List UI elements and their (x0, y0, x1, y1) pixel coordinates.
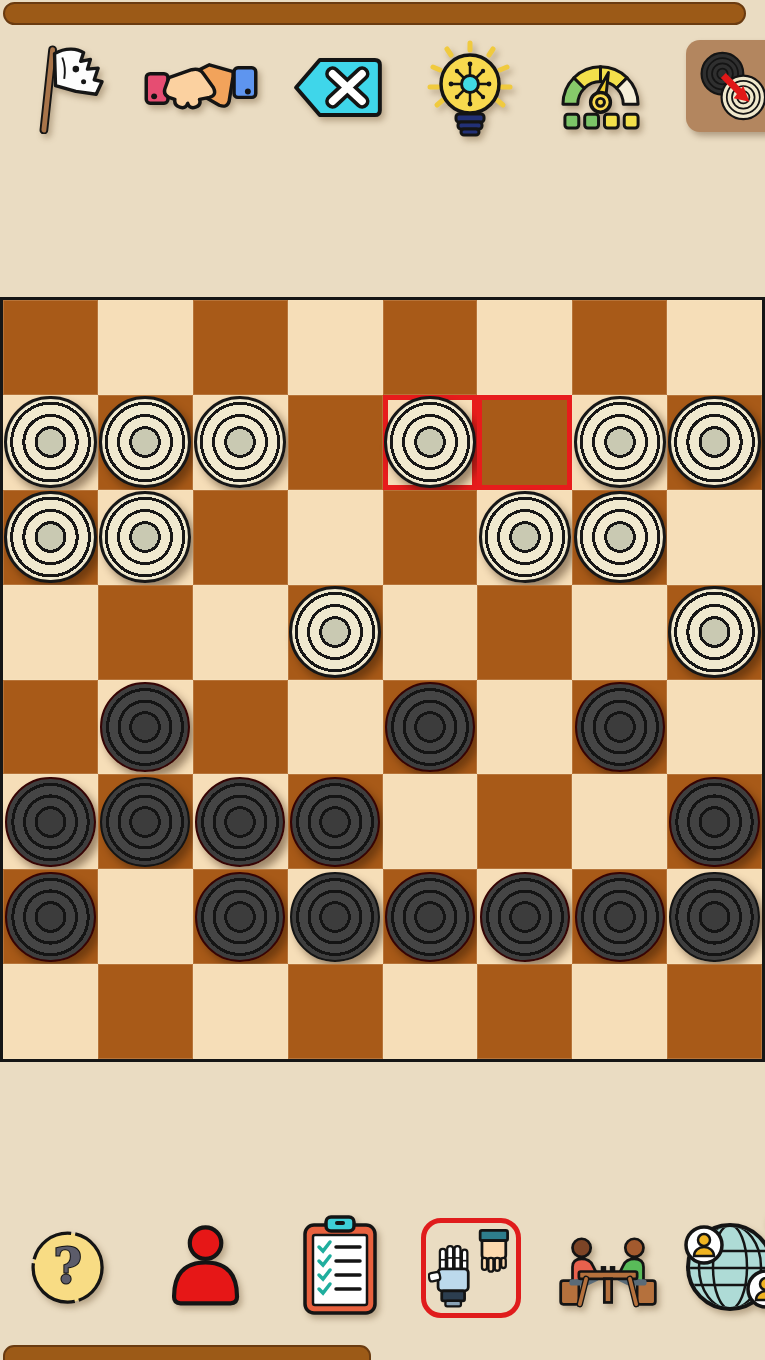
question-mark-icon: ? (29, 1229, 107, 1307)
square-f1[interactable] (477, 964, 572, 1059)
square-c4[interactable] (193, 680, 288, 775)
square-f5[interactable] (477, 585, 572, 680)
white-piece[interactable] (668, 586, 760, 678)
black-piece-red-ring[interactable] (669, 777, 759, 867)
square-c7[interactable] (193, 395, 288, 490)
square-a5[interactable] (3, 585, 98, 680)
square-e5[interactable] (383, 585, 478, 680)
back-arrow-x-icon (289, 54, 385, 121)
robot-vs-human-hands-icon (428, 1225, 514, 1311)
square-e6[interactable] (383, 490, 478, 585)
move-list-button[interactable] (298, 1213, 382, 1317)
square-d8[interactable] (288, 300, 383, 395)
bottom-bar (3, 1345, 371, 1360)
black-piece-red-ring[interactable] (575, 872, 665, 962)
square-f7[interactable] (477, 395, 572, 490)
square-f2[interactable] (477, 869, 572, 964)
square-d3[interactable] (288, 774, 383, 869)
person-icon (162, 1219, 250, 1307)
square-f8[interactable] (477, 300, 572, 395)
white-piece[interactable] (479, 491, 571, 583)
square-a8[interactable] (3, 300, 98, 395)
online-multiplayer-button[interactable] (676, 1205, 765, 1325)
black-piece-red-ring[interactable] (100, 682, 190, 772)
square-c1[interactable] (193, 964, 288, 1059)
white-piece[interactable] (668, 396, 760, 488)
square-g6[interactable] (572, 490, 667, 585)
white-piece[interactable] (99, 396, 191, 488)
black-piece-gray-ring[interactable] (669, 872, 759, 962)
square-d4[interactable] (288, 680, 383, 775)
square-a2[interactable] (3, 869, 98, 964)
black-piece-red-ring[interactable] (5, 872, 95, 962)
square-b7[interactable] (98, 395, 193, 490)
white-piece[interactable] (574, 396, 666, 488)
square-g4[interactable] (572, 680, 667, 775)
square-c8[interactable] (193, 300, 288, 395)
square-c5[interactable] (193, 585, 288, 680)
square-c3[interactable] (193, 774, 288, 869)
help-button[interactable]: ? (28, 1228, 108, 1308)
square-e1[interactable] (383, 964, 478, 1059)
square-g8[interactable] (572, 300, 667, 395)
white-piece[interactable] (99, 491, 191, 583)
square-a4[interactable] (3, 680, 98, 775)
black-piece-red-ring[interactable] (290, 777, 380, 867)
black-piece-red-ring[interactable] (575, 682, 665, 772)
checkers-capture-icon (692, 42, 765, 130)
white-piece[interactable] (574, 491, 666, 583)
square-b2[interactable] (98, 869, 193, 964)
lightbulb-ai-icon (426, 40, 514, 140)
white-piece[interactable] (194, 396, 286, 488)
square-h1[interactable] (667, 964, 762, 1059)
undo-button[interactable] (288, 53, 386, 121)
square-d6[interactable] (288, 490, 383, 585)
board (0, 297, 765, 1062)
square-c2[interactable] (193, 869, 288, 964)
resign-button[interactable] (25, 42, 117, 134)
black-piece-red-ring[interactable] (480, 872, 570, 962)
square-f3[interactable] (477, 774, 572, 869)
gauge-icon (549, 43, 653, 130)
black-piece-red-ring[interactable] (385, 872, 475, 962)
square-d7[interactable] (288, 395, 383, 490)
square-g3[interactable] (572, 774, 667, 869)
two-players-table-icon (553, 1226, 663, 1317)
black-piece-red-ring[interactable] (385, 682, 475, 772)
square-g7[interactable] (572, 395, 667, 490)
square-d5[interactable] (288, 585, 383, 680)
offer-draw-button[interactable] (143, 52, 259, 122)
white-flag-icon (27, 42, 115, 134)
square-f4[interactable] (477, 680, 572, 775)
square-e7[interactable] (383, 395, 478, 490)
square-b5[interactable] (98, 585, 193, 680)
square-f6[interactable] (477, 490, 572, 585)
square-h8[interactable] (667, 300, 762, 395)
vs-computer-button[interactable] (421, 1218, 521, 1318)
piece-style-button[interactable] (686, 40, 765, 132)
square-b1[interactable] (98, 964, 193, 1059)
globe-users-icon (676, 1205, 765, 1325)
square-d1[interactable] (288, 964, 383, 1059)
square-c6[interactable] (193, 490, 288, 585)
square-h5[interactable] (667, 585, 762, 680)
white-piece[interactable] (4, 396, 96, 488)
difficulty-button[interactable] (548, 48, 654, 124)
square-g1[interactable] (572, 964, 667, 1059)
square-g2[interactable] (572, 869, 667, 964)
black-piece-red-ring[interactable] (195, 872, 285, 962)
square-a7[interactable] (3, 395, 98, 490)
black-piece-red-ring[interactable] (5, 777, 95, 867)
white-piece[interactable] (4, 491, 96, 583)
white-piece[interactable] (384, 396, 476, 488)
black-piece-gray-ring[interactable] (100, 777, 190, 867)
square-d2[interactable] (288, 869, 383, 964)
square-a1[interactable] (3, 964, 98, 1059)
handshake-icon (144, 50, 258, 124)
square-b6[interactable] (98, 490, 193, 585)
square-e8[interactable] (383, 300, 478, 395)
square-g5[interactable] (572, 585, 667, 680)
square-b4[interactable] (98, 680, 193, 775)
square-h6[interactable] (667, 490, 762, 585)
black-piece-red-ring[interactable] (195, 777, 285, 867)
white-piece[interactable] (289, 586, 381, 678)
square-e3[interactable] (383, 774, 478, 869)
checklist-clipboard-icon (299, 1213, 381, 1317)
square-h3[interactable] (667, 774, 762, 869)
square-a6[interactable] (3, 490, 98, 585)
square-b8[interactable] (98, 300, 193, 395)
square-b3[interactable] (98, 774, 193, 869)
profile-button[interactable] (162, 1213, 250, 1313)
square-h4[interactable] (667, 680, 762, 775)
hint-button[interactable] (425, 40, 515, 140)
svg-text:?: ? (53, 1237, 82, 1295)
square-a3[interactable] (3, 774, 98, 869)
square-h7[interactable] (667, 395, 762, 490)
square-h2[interactable] (667, 869, 762, 964)
local-two-player-button[interactable] (552, 1225, 664, 1317)
square-e4[interactable] (383, 680, 478, 775)
top-bar (3, 2, 746, 25)
black-piece-gray-ring[interactable] (290, 872, 380, 962)
square-e2[interactable] (383, 869, 478, 964)
